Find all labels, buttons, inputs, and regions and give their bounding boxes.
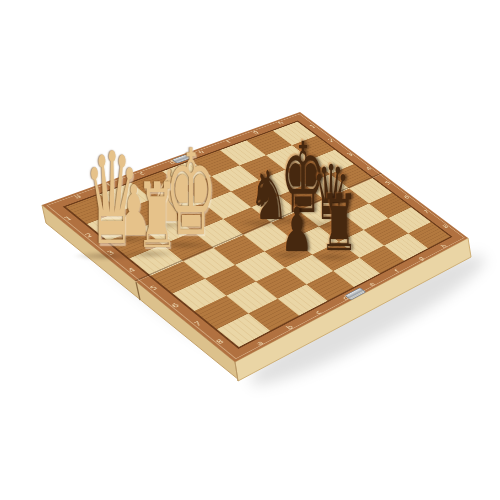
product-photo: aabbccddeeffgghh1122334455667788 ♛♟♜♞♚♞♚… xyxy=(0,0,500,500)
rank-label-left-1: 1 xyxy=(63,215,73,221)
rank-label-left-7: 7 xyxy=(193,320,203,327)
rank-label-left-4: 4 xyxy=(127,267,137,273)
rank-label-right-2: 2 xyxy=(327,138,335,143)
rank-label-right-4: 4 xyxy=(365,166,373,171)
file-label-bottom-c: c xyxy=(314,309,323,315)
rank-label-right-5: 5 xyxy=(384,180,392,185)
file-label-bottom-g: g xyxy=(417,255,425,261)
rank-label-right-6: 6 xyxy=(403,195,411,200)
rank-label-right-8: 8 xyxy=(442,224,450,229)
rank-label-left-2: 2 xyxy=(84,232,94,238)
file-label-top-f: f xyxy=(225,140,232,144)
rank-label-right-7: 7 xyxy=(422,209,430,214)
file-label-bottom-b: b xyxy=(285,324,295,331)
rank-label-left-8: 8 xyxy=(215,338,225,345)
rank-label-left-3: 3 xyxy=(105,250,115,256)
file-label-bottom-e: e xyxy=(367,281,376,287)
rank-label-left-5: 5 xyxy=(148,285,158,292)
rank-label-left-6: 6 xyxy=(170,302,180,309)
file-label-bottom-h: h xyxy=(440,243,448,248)
file-label-bottom-f: f xyxy=(393,268,400,273)
rank-label-right-1: 1 xyxy=(308,124,316,129)
rank-label-right-3: 3 xyxy=(346,152,354,157)
file-label-bottom-a: a xyxy=(255,340,265,347)
